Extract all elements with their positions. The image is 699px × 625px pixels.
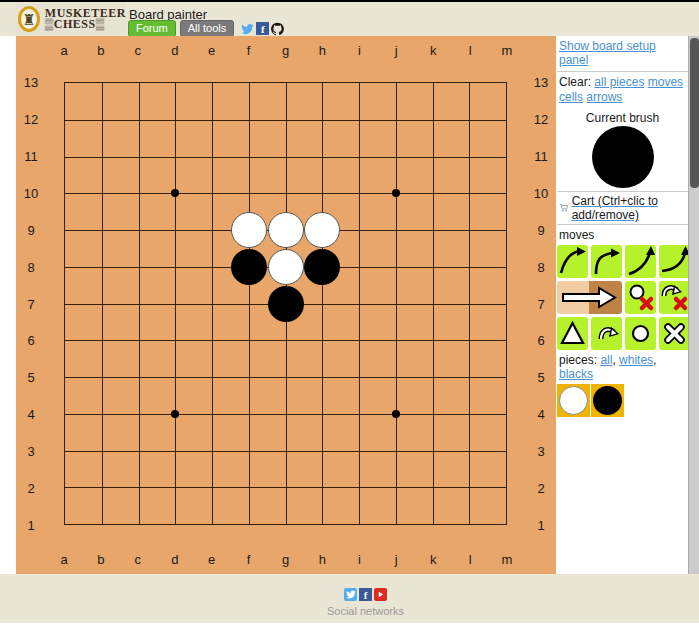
board-cell[interactable] [469, 340, 506, 377]
board-cell[interactable] [139, 451, 176, 488]
clear-link-all-pieces[interactable]: all pieces [594, 75, 644, 89]
board-cell[interactable] [175, 487, 212, 524]
cross-mark-brush[interactable] [659, 317, 690, 350]
coordinate-label: 13 [24, 75, 38, 90]
straight-arrow-brush[interactable] [557, 281, 622, 314]
board-cell[interactable] [359, 451, 396, 488]
board-cell[interactable] [469, 193, 506, 230]
coordinate-label: 13 [534, 75, 548, 90]
facebook-icon[interactable]: f [359, 588, 372, 601]
board-cell[interactable] [396, 451, 433, 488]
board-cell[interactable] [396, 340, 433, 377]
white-stone-h9[interactable] [304, 212, 340, 248]
board-cell[interactable] [322, 83, 359, 120]
board-cell[interactable] [396, 157, 433, 194]
clear-label: Clear: [559, 75, 591, 89]
coordinate-label: m [502, 552, 513, 567]
coordinate-label: 9 [27, 222, 34, 237]
footer: f Social networks [0, 574, 699, 623]
board-cell[interactable] [469, 120, 506, 157]
clear-link-arrows[interactable]: arrows [586, 90, 622, 104]
board-cell[interactable] [212, 377, 249, 414]
coordinate-label: j [395, 552, 398, 567]
board-cell[interactable] [322, 414, 359, 451]
board-cell[interactable] [433, 230, 470, 267]
divider [557, 191, 688, 192]
board-cell[interactable] [396, 120, 433, 157]
board-cell[interactable] [139, 157, 176, 194]
board-cell[interactable] [175, 120, 212, 157]
board-cell[interactable] [359, 487, 396, 524]
star-point [392, 189, 400, 197]
pieces-link-blacks[interactable]: blacks [559, 367, 593, 381]
coordinate-label: 5 [27, 370, 34, 385]
board-cell[interactable] [359, 377, 396, 414]
board-cell[interactable] [433, 120, 470, 157]
board-cell[interactable] [102, 340, 139, 377]
coordinate-label: a [60, 552, 67, 567]
board-cell[interactable] [433, 414, 470, 451]
board-cell[interactable] [396, 377, 433, 414]
board-cell[interactable] [469, 83, 506, 120]
coordinate-label: a [60, 43, 67, 58]
white-stone-icon [559, 386, 588, 415]
board-cell[interactable] [396, 267, 433, 304]
triangle-mark-brush[interactable] [557, 317, 588, 350]
logo-line2: ▒CHESS▒ [45, 19, 126, 30]
divider [557, 71, 688, 72]
board-cell[interactable] [396, 304, 433, 341]
board-cell[interactable] [102, 267, 139, 304]
pieces-label: pieces: [559, 353, 597, 367]
board-cell[interactable] [249, 157, 286, 194]
coordinate-label: k [430, 43, 437, 58]
curved-arrow-2-brush[interactable] [591, 245, 622, 278]
board-cell[interactable] [249, 451, 286, 488]
board-cell[interactable] [65, 157, 102, 194]
show-board-setup-link[interactable]: Show board setup panel [559, 39, 688, 67]
coordinate-label: k [430, 552, 437, 567]
board-cell[interactable] [102, 157, 139, 194]
coordinate-label: 4 [27, 407, 34, 422]
cart-icon [559, 202, 569, 214]
pieces-link-all[interactable]: all [600, 353, 612, 367]
star-point [171, 410, 179, 418]
board-cell[interactable] [139, 230, 176, 267]
board-cell[interactable] [175, 340, 212, 377]
board-cell[interactable] [359, 414, 396, 451]
board-cell[interactable] [469, 230, 506, 267]
twitter-icon[interactable] [241, 22, 254, 35]
board-cell[interactable] [212, 157, 249, 194]
facebook-icon[interactable]: f [256, 22, 269, 35]
board-cell[interactable] [359, 120, 396, 157]
coordinate-label: c [135, 43, 142, 58]
sidebar-panel: Show board setup panel Clear: all pieces… [557, 36, 688, 417]
pieces-link-whites[interactable]: whites [619, 353, 653, 367]
coordinate-label: c [135, 552, 142, 567]
board-cell[interactable] [175, 230, 212, 267]
board-cell[interactable] [433, 267, 470, 304]
social-networks-label: Social networks [32, 605, 699, 617]
white-stone-f9[interactable] [231, 212, 267, 248]
black-stone-g7[interactable] [268, 286, 304, 322]
board-cell[interactable] [175, 451, 212, 488]
board-cell[interactable] [65, 304, 102, 341]
board-cell[interactable] [102, 487, 139, 524]
clear-link-cells[interactable]: cells [559, 90, 583, 104]
board-cell[interactable] [286, 487, 323, 524]
board-cell[interactable] [469, 377, 506, 414]
coordinate-label: 10 [534, 185, 548, 200]
coordinate-label: f [247, 552, 251, 567]
hook-arrow-brush[interactable] [591, 317, 622, 350]
coordinate-label: 5 [537, 370, 544, 385]
curved-arrow-4-brush[interactable] [659, 245, 690, 278]
board-cell[interactable] [175, 267, 212, 304]
board-cell[interactable] [139, 304, 176, 341]
board-cell[interactable] [469, 451, 506, 488]
black-stone-brush[interactable] [591, 384, 624, 417]
curved-arrow-1-brush[interactable] [557, 245, 588, 278]
board-cell[interactable] [469, 157, 506, 194]
board-cell[interactable] [139, 83, 176, 120]
board-cell[interactable] [212, 414, 249, 451]
black-stone-icon [593, 386, 622, 415]
coordinate-label: 11 [534, 148, 548, 163]
coordinate-label: 7 [537, 296, 544, 311]
board-cell[interactable] [249, 414, 286, 451]
board-cell[interactable] [102, 120, 139, 157]
board-cell[interactable] [286, 451, 323, 488]
board-cell[interactable] [139, 193, 176, 230]
board-cell[interactable] [175, 304, 212, 341]
board-cell[interactable] [322, 340, 359, 377]
youtube-icon[interactable] [374, 588, 387, 601]
coordinate-label: 1 [537, 518, 544, 533]
board-cell[interactable] [139, 267, 176, 304]
board-cell[interactable] [396, 193, 433, 230]
current-brush-label: Current brush [557, 111, 688, 125]
go-board[interactable]: aabbccddeeffgghhiijjkkllmm13131212111110… [16, 36, 556, 574]
coordinate-label: 12 [24, 111, 38, 126]
board-cell[interactable] [102, 377, 139, 414]
board-cell[interactable] [65, 120, 102, 157]
board-cell[interactable] [249, 83, 286, 120]
black-stone-f8[interactable] [231, 249, 267, 285]
board-cell[interactable] [322, 487, 359, 524]
coordinate-label: l [469, 552, 472, 567]
board-cell[interactable] [469, 304, 506, 341]
all-tools-button[interactable]: All tools [180, 20, 235, 37]
board-cell[interactable] [175, 193, 212, 230]
clear-links-line: Clear: all pieces moves cells arrows [559, 75, 688, 105]
board-cell[interactable] [212, 487, 249, 524]
board-cell[interactable] [175, 414, 212, 451]
twitter-icon[interactable] [344, 588, 357, 601]
coordinate-label: 3 [27, 444, 34, 459]
board-cell[interactable] [359, 157, 396, 194]
coordinate-label: 8 [537, 259, 544, 274]
board-cell[interactable] [396, 230, 433, 267]
board-cell[interactable] [286, 377, 323, 414]
board-cell[interactable] [139, 487, 176, 524]
piece-brush-row [557, 384, 688, 417]
white-stone-g9[interactable] [268, 212, 304, 248]
coordinate-label: 6 [537, 333, 544, 348]
coordinate-label: d [171, 552, 178, 567]
coordinate-label: j [395, 43, 398, 58]
rook-logo-icon: ♜ [18, 6, 40, 32]
board-cell[interactable] [359, 340, 396, 377]
board-cell[interactable] [359, 230, 396, 267]
board-cell[interactable] [469, 487, 506, 524]
forum-button[interactable]: Forum [128, 20, 176, 37]
coordinate-label: g [282, 43, 289, 58]
board-cell[interactable] [359, 304, 396, 341]
board-cell[interactable] [433, 451, 470, 488]
board-cell[interactable] [212, 120, 249, 157]
board-cell[interactable] [249, 377, 286, 414]
board-cell[interactable] [102, 83, 139, 120]
board-cell[interactable] [433, 83, 470, 120]
circle-mark-brush[interactable] [625, 317, 656, 350]
board-cell[interactable] [286, 120, 323, 157]
coordinate-label: 2 [537, 481, 544, 496]
board-cell[interactable] [212, 83, 249, 120]
board-cell[interactable] [65, 230, 102, 267]
star-point [392, 410, 400, 418]
board-cell[interactable] [65, 377, 102, 414]
current-brush-preview [592, 126, 654, 188]
coordinate-label: 12 [534, 111, 548, 126]
scrollbar-thumb[interactable] [690, 38, 699, 188]
coordinate-label: 2 [27, 481, 34, 496]
board-cell[interactable] [286, 414, 323, 451]
coordinate-label: f [247, 43, 251, 58]
white-stone-brush[interactable] [557, 384, 590, 417]
coordinate-label: e [208, 552, 215, 567]
board-cell[interactable] [433, 193, 470, 230]
coordinate-label: 11 [24, 148, 38, 163]
coordinate-label: e [208, 43, 215, 58]
coordinate-label: b [97, 552, 104, 567]
coordinate-label: i [358, 552, 361, 567]
divider [557, 224, 688, 225]
board-cell[interactable] [249, 120, 286, 157]
board-cell[interactable] [139, 340, 176, 377]
delete-arrow-brush[interactable] [659, 281, 690, 314]
board-cell[interactable] [469, 414, 506, 451]
board-cell[interactable] [65, 340, 102, 377]
cart-link[interactable]: Cart (Ctrl+clic to add/remove) [559, 194, 688, 222]
board-cell[interactable] [65, 487, 102, 524]
board-cell[interactable] [322, 157, 359, 194]
coordinate-label: l [469, 43, 472, 58]
coordinate-label: 4 [537, 407, 544, 422]
board-cell[interactable] [396, 414, 433, 451]
board-cell[interactable] [396, 83, 433, 120]
coordinate-label: 7 [27, 296, 34, 311]
clear-link-moves[interactable]: moves [648, 75, 683, 89]
board-cell[interactable] [359, 83, 396, 120]
moves-brush-palette [557, 245, 688, 350]
board-cell[interactable] [65, 451, 102, 488]
board-cell[interactable] [286, 340, 323, 377]
board-cell[interactable] [433, 487, 470, 524]
board-cell[interactable] [65, 414, 102, 451]
board-cell[interactable] [175, 157, 212, 194]
board-cell[interactable] [322, 451, 359, 488]
star-point [171, 189, 179, 197]
board-cell[interactable] [433, 377, 470, 414]
board-cell[interactable] [139, 377, 176, 414]
site-logo[interactable]: ♜ MUSKETEER ▒CHESS▒ [16, 3, 126, 35]
board-cell[interactable] [286, 83, 323, 120]
board-cell[interactable] [102, 414, 139, 451]
board-cell[interactable] [433, 157, 470, 194]
board-cell[interactable] [249, 487, 286, 524]
header: ♜ MUSKETEER ▒CHESS▒ Board painter Forum … [0, 2, 699, 36]
pieces-links-line: pieces: all, whites, blacks [559, 353, 688, 381]
curved-arrow-3-brush[interactable] [625, 245, 656, 278]
coordinate-label: i [358, 43, 361, 58]
board-cell[interactable] [249, 340, 286, 377]
board-cell[interactable] [396, 487, 433, 524]
delete-circle-brush[interactable] [625, 281, 656, 314]
white-stone-g8[interactable] [268, 249, 304, 285]
board-cell[interactable] [102, 304, 139, 341]
board-cell[interactable] [322, 377, 359, 414]
board-cell[interactable] [359, 193, 396, 230]
coordinate-label: 6 [27, 333, 34, 348]
board-cell[interactable] [322, 304, 359, 341]
main-area: aabbccddeeffgghhiijjkkllmm13131212111110… [0, 36, 699, 574]
board-cell[interactable] [139, 414, 176, 451]
board-cell[interactable] [322, 120, 359, 157]
coordinate-label: 10 [24, 185, 38, 200]
board-cell[interactable] [65, 83, 102, 120]
vertical-scrollbar[interactable] [688, 36, 699, 574]
board-cell[interactable] [212, 451, 249, 488]
board-cell[interactable] [102, 193, 139, 230]
coordinate-label: h [319, 43, 326, 58]
coordinate-label: m [502, 43, 513, 58]
board-cell[interactable] [102, 451, 139, 488]
moves-section-label: moves [559, 228, 688, 242]
black-stone-h8[interactable] [304, 249, 340, 285]
board-cell[interactable] [175, 377, 212, 414]
coordinate-label: 3 [537, 444, 544, 459]
coordinate-label: 9 [537, 222, 544, 237]
board-cell[interactable] [102, 230, 139, 267]
board-cell[interactable] [359, 267, 396, 304]
board-cell[interactable] [139, 120, 176, 157]
coordinate-label: h [319, 552, 326, 567]
github-icon[interactable] [271, 22, 284, 35]
board-cell[interactable] [286, 157, 323, 194]
board-cell[interactable] [175, 83, 212, 120]
coordinate-label: 1 [27, 518, 34, 533]
board-cell[interactable] [65, 267, 102, 304]
coordinate-label: d [171, 43, 178, 58]
coordinate-label: g [282, 552, 289, 567]
cart-label: Cart (Ctrl+clic to add/remove) [572, 194, 688, 222]
board-cell[interactable] [433, 304, 470, 341]
board-cell[interactable] [65, 193, 102, 230]
coordinate-label: b [97, 43, 104, 58]
coordinate-label: 8 [27, 259, 34, 274]
board-cell[interactable] [212, 304, 249, 341]
board-cell[interactable] [433, 340, 470, 377]
board-cell[interactable] [469, 267, 506, 304]
board-cell[interactable] [212, 340, 249, 377]
